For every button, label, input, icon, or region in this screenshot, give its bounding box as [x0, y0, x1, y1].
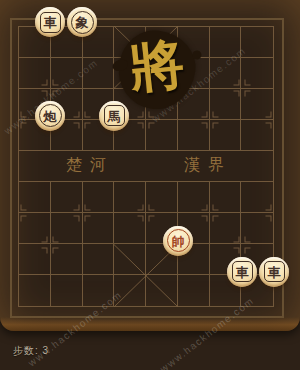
- piece-glyph: 帥: [172, 235, 185, 248]
- piece-engraved-frame: 象: [71, 11, 94, 34]
- steps-label: 步数:: [13, 345, 39, 356]
- piece-black-cannon[interactable]: 炮: [35, 101, 65, 131]
- piece-glyph: 象: [76, 16, 89, 29]
- piece-red-general[interactable]: 帥: [163, 226, 193, 256]
- piece-black-chariot-1[interactable]: 車: [35, 7, 65, 37]
- piece-black-chariot-2[interactable]: 車: [227, 257, 257, 287]
- xiangqi-board[interactable]: 楚河 漢界 www.hackhome.com www.hackhome.com …: [0, 0, 300, 331]
- piece-engraved-frame: 車: [40, 12, 61, 33]
- piece-black-chariot-3[interactable]: 車: [259, 257, 289, 287]
- xiangqi-game-screen: 楚河 漢界 www.hackhome.com www.hackhome.com …: [0, 0, 300, 370]
- check-effect: 將: [116, 28, 198, 112]
- piece-engraved-frame: 車: [264, 261, 285, 282]
- piece-engraved-frame: 帥: [167, 229, 190, 252]
- piece-engraved-frame: 車: [232, 261, 253, 282]
- piece-glyph: 車: [236, 266, 249, 279]
- piece-engraved-frame: 炮: [39, 104, 62, 127]
- piece-glyph: 炮: [44, 110, 57, 123]
- check-effect-glyph: 將: [126, 28, 187, 106]
- piece-glyph: 車: [268, 266, 281, 279]
- status-bar: 步数: 3: [13, 344, 49, 358]
- piece-glyph: 車: [44, 16, 57, 29]
- piece-black-elephant[interactable]: 象: [67, 7, 97, 37]
- steps-value: 3: [43, 345, 50, 356]
